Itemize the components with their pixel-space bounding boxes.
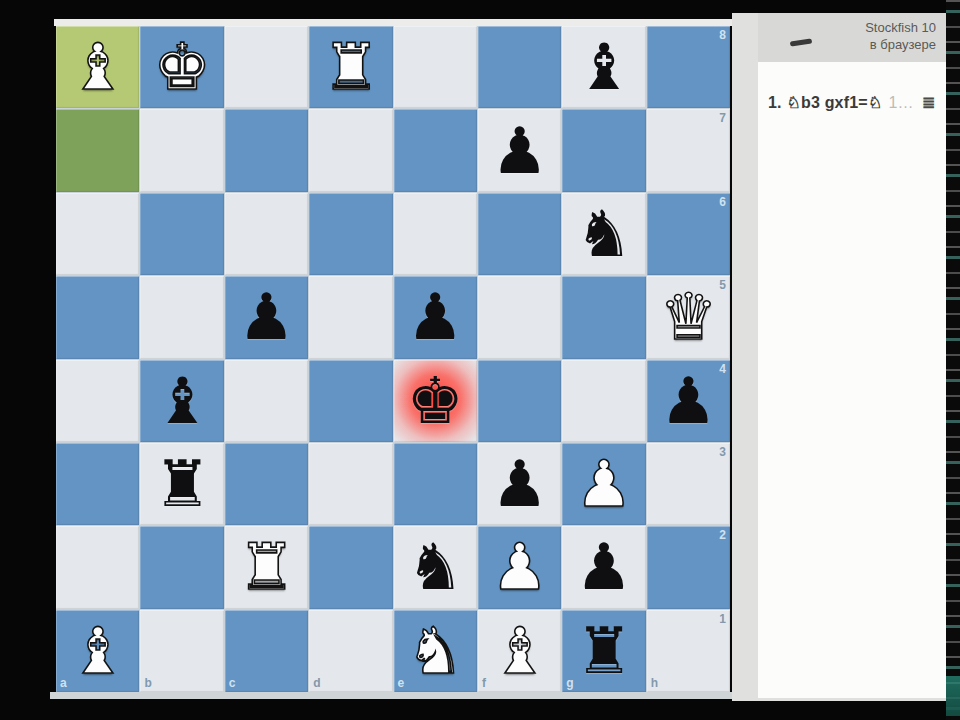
app-window: ♝♚♜♝8♟7♞6♟♟5♛♝♚4♟♜♟♟3♜♞♟♟2a♝bcde♞f♝g♜1h … bbox=[0, 0, 960, 720]
piece-white-bishop-a1[interactable]: ♝ bbox=[56, 610, 139, 692]
square-d7[interactable] bbox=[309, 109, 392, 191]
square-g8[interactable]: ♝ bbox=[562, 26, 645, 108]
square-f3[interactable]: ♟ bbox=[478, 443, 561, 525]
square-a6[interactable] bbox=[56, 193, 139, 275]
square-g6[interactable]: ♞ bbox=[562, 193, 645, 275]
square-e7[interactable] bbox=[394, 109, 477, 191]
square-g2[interactable]: ♟ bbox=[562, 526, 645, 608]
square-d1[interactable]: d bbox=[309, 610, 392, 692]
square-e3[interactable] bbox=[394, 443, 477, 525]
piece-black-pawn-c5[interactable]: ♟ bbox=[225, 276, 308, 358]
piece-black-bishop-g8[interactable]: ♝ bbox=[562, 26, 645, 108]
square-b1[interactable]: b bbox=[140, 610, 223, 692]
square-f4[interactable] bbox=[478, 360, 561, 442]
square-a1[interactable]: a♝ bbox=[56, 610, 139, 692]
square-g4[interactable] bbox=[562, 360, 645, 442]
square-e4[interactable]: ♚ bbox=[394, 360, 477, 442]
piece-white-rook-d8[interactable]: ♜ bbox=[309, 26, 392, 108]
board-bottom-border bbox=[50, 692, 738, 699]
square-c1[interactable]: c bbox=[225, 610, 308, 692]
square-h3[interactable]: 3 bbox=[647, 443, 730, 525]
square-b4[interactable]: ♝ bbox=[140, 360, 223, 442]
square-b3[interactable]: ♜ bbox=[140, 443, 223, 525]
square-g3[interactable]: ♟ bbox=[562, 443, 645, 525]
square-e5[interactable]: ♟ bbox=[394, 276, 477, 358]
video-artifact-strip bbox=[946, 0, 960, 720]
square-b8[interactable]: ♚ bbox=[140, 26, 223, 108]
piece-black-pawn-f3[interactable]: ♟ bbox=[478, 443, 561, 525]
piece-black-king-e4[interactable]: ♚ bbox=[394, 360, 477, 442]
rank-label-6: 6 bbox=[719, 196, 726, 208]
board-top-border bbox=[54, 19, 734, 26]
square-b6[interactable] bbox=[140, 193, 223, 275]
square-h5[interactable]: 5♛ bbox=[647, 276, 730, 358]
piece-black-pawn-f7[interactable]: ♟ bbox=[478, 109, 561, 191]
square-h7[interactable]: 7 bbox=[647, 109, 730, 191]
piece-black-knight-g6[interactable]: ♞ bbox=[562, 193, 645, 275]
engine-panel: Stockfish 10 в браузере 1. ♘b3 gxf1=♘1…≣ bbox=[758, 13, 946, 698]
square-a7[interactable] bbox=[56, 109, 139, 191]
square-e6[interactable] bbox=[394, 193, 477, 275]
square-h1[interactable]: 1h bbox=[647, 610, 730, 692]
engine-header: Stockfish 10 в браузере bbox=[758, 13, 946, 62]
square-g5[interactable] bbox=[562, 276, 645, 358]
file-label-h: h bbox=[651, 677, 658, 689]
square-a2[interactable] bbox=[56, 526, 139, 608]
square-d8[interactable]: ♜ bbox=[309, 26, 392, 108]
square-e8[interactable] bbox=[394, 26, 477, 108]
square-c5[interactable]: ♟ bbox=[225, 276, 308, 358]
square-c3[interactable] bbox=[225, 443, 308, 525]
square-f1[interactable]: f♝ bbox=[478, 610, 561, 692]
square-e2[interactable]: ♞ bbox=[394, 526, 477, 608]
engine-name: Stockfish 10 bbox=[758, 19, 936, 36]
square-e1[interactable]: e♞ bbox=[394, 610, 477, 692]
square-c2[interactable]: ♜ bbox=[225, 526, 308, 608]
square-a8[interactable]: ♝ bbox=[56, 26, 139, 108]
file-label-b: b bbox=[144, 677, 151, 689]
piece-black-rook-b3[interactable]: ♜ bbox=[140, 443, 223, 525]
square-d5[interactable] bbox=[309, 276, 392, 358]
move-list[interactable]: 1. ♘b3 gxf1=♘1…≣ bbox=[768, 93, 940, 112]
square-d2[interactable] bbox=[309, 526, 392, 608]
piece-white-bishop-a8[interactable]: ♝ bbox=[56, 26, 139, 108]
square-f8[interactable] bbox=[478, 26, 561, 108]
square-f2[interactable]: ♟ bbox=[478, 526, 561, 608]
square-d6[interactable] bbox=[309, 193, 392, 275]
rank-label-3: 3 bbox=[719, 446, 726, 458]
piece-white-pawn-f2[interactable]: ♟ bbox=[478, 526, 561, 608]
square-g7[interactable] bbox=[562, 109, 645, 191]
piece-white-pawn-g3[interactable]: ♟ bbox=[562, 443, 645, 525]
square-b5[interactable] bbox=[140, 276, 223, 358]
piece-black-pawn-e5[interactable]: ♟ bbox=[394, 276, 477, 358]
engine-subtitle: в браузере bbox=[758, 36, 936, 53]
file-label-d: d bbox=[313, 677, 320, 689]
file-label-c: c bbox=[229, 677, 236, 689]
square-f7[interactable]: ♟ bbox=[478, 109, 561, 191]
rank-label-2: 2 bbox=[719, 529, 726, 541]
rank-label-1: 1 bbox=[719, 613, 726, 625]
move-faint: 1… bbox=[888, 94, 913, 111]
rank-label-7: 7 bbox=[719, 112, 726, 124]
square-c6[interactable] bbox=[225, 193, 308, 275]
piece-white-king-b8[interactable]: ♚ bbox=[140, 26, 223, 108]
piece-black-pawn-g2[interactable]: ♟ bbox=[562, 526, 645, 608]
square-f6[interactable] bbox=[478, 193, 561, 275]
square-d4[interactable] bbox=[309, 360, 392, 442]
square-a4[interactable] bbox=[56, 360, 139, 442]
square-h6[interactable]: 6 bbox=[647, 193, 730, 275]
square-h2[interactable]: 2 bbox=[647, 526, 730, 608]
piece-black-rook-g1[interactable]: ♜ bbox=[562, 610, 645, 692]
square-g1[interactable]: g♜ bbox=[562, 610, 645, 692]
piece-white-knight-e1[interactable]: ♞ bbox=[394, 610, 477, 692]
square-c8[interactable] bbox=[225, 26, 308, 108]
square-c4[interactable] bbox=[225, 360, 308, 442]
square-c7[interactable] bbox=[225, 109, 308, 191]
square-h8[interactable]: 8 bbox=[647, 26, 730, 108]
piece-white-queen-h5[interactable]: ♛ bbox=[647, 276, 730, 358]
rank-label-8: 8 bbox=[719, 29, 726, 41]
move-text[interactable]: 1. ♘b3 gxf1=♘ bbox=[768, 94, 882, 111]
square-a3[interactable] bbox=[56, 443, 139, 525]
piece-black-bishop-b4[interactable]: ♝ bbox=[140, 360, 223, 442]
piece-black-pawn-h4[interactable]: ♟ bbox=[647, 360, 730, 442]
chess-board: ♝♚♜♝8♟7♞6♟♟5♛♝♚4♟♜♟♟3♜♞♟♟2a♝bcde♞f♝g♜1h bbox=[56, 26, 730, 692]
square-b7[interactable] bbox=[140, 109, 223, 191]
square-f5[interactable] bbox=[478, 276, 561, 358]
piece-white-rook-c2[interactable]: ♜ bbox=[225, 526, 308, 608]
square-a5[interactable] bbox=[56, 276, 139, 358]
square-h4[interactable]: 4♟ bbox=[647, 360, 730, 442]
square-b2[interactable] bbox=[140, 526, 223, 608]
piece-white-bishop-f1[interactable]: ♝ bbox=[478, 610, 561, 692]
piece-black-knight-e2[interactable]: ♞ bbox=[394, 526, 477, 608]
move-edge-glyph: ≣ bbox=[922, 94, 936, 111]
square-d3[interactable] bbox=[309, 443, 392, 525]
